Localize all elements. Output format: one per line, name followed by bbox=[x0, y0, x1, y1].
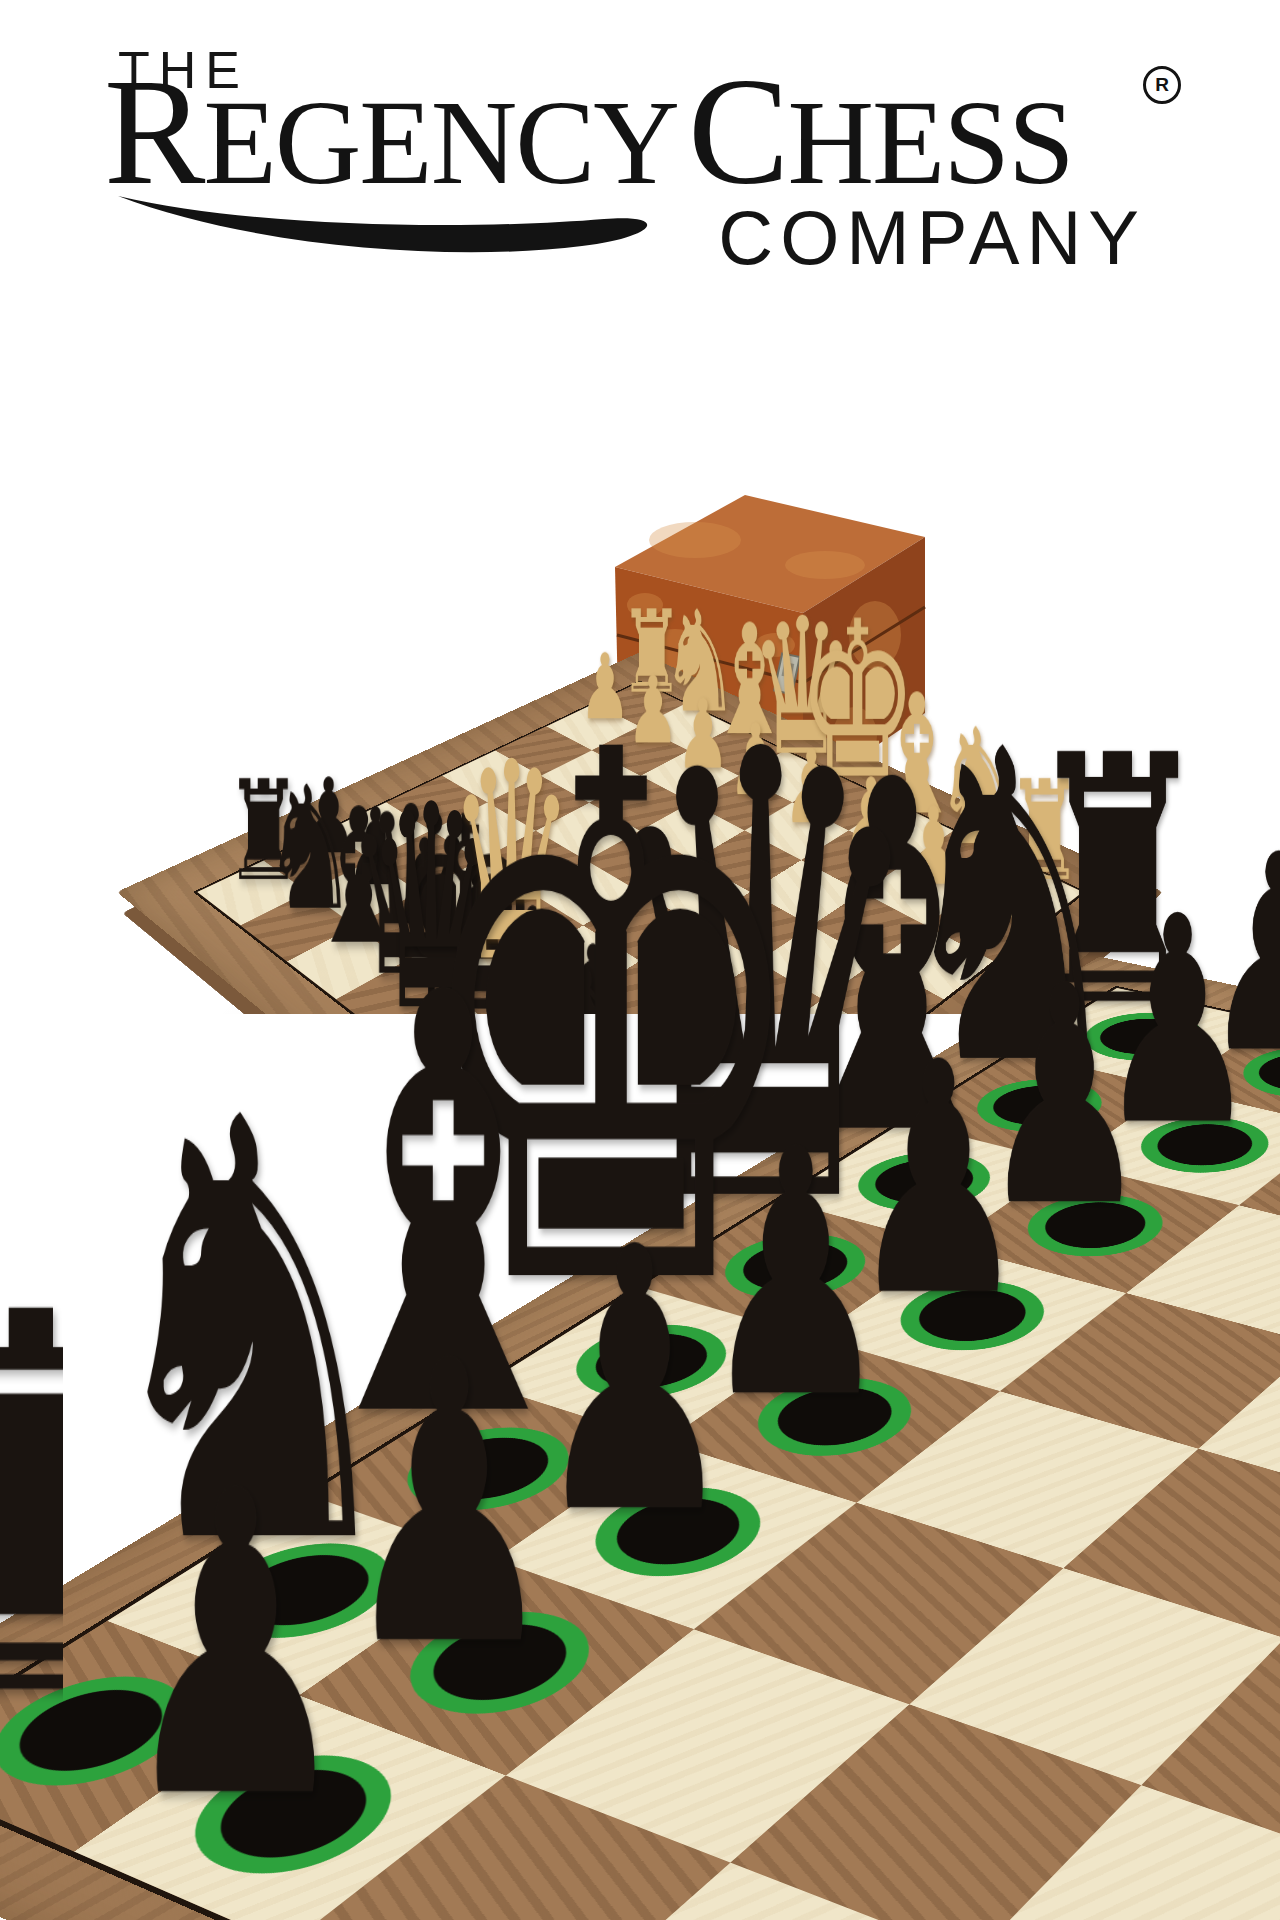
chess-rest: HESS bbox=[787, 76, 1072, 209]
walnut-chessboard-closeup: ♜♟♞♟♝♟♛♟♚♟♝♟♞♟♜♟ bbox=[0, 957, 1280, 1920]
playing-area-closeup: ♜♟♞♟♝♟♛♟♚♟♝♟♞♟♜♟ bbox=[0, 986, 1280, 1920]
walnut-frame-closeup: ♜♟♞♟♝♟♛♟♚♟♝♟♞♟♜♟ bbox=[0, 957, 1280, 1920]
brand-wordmark: REGENCYCHESS bbox=[104, 56, 1073, 208]
brand-logo: THE REGENCYCHESS R COMPANY bbox=[0, 0, 1280, 280]
black-pawn-piece: ♟ bbox=[532, 1200, 736, 1563]
black-pawn-piece: ♟ bbox=[340, 1309, 559, 1698]
closeup-photo-black-pieces: ♜♟♞♟♝♟♛♟♚♟♝♟♞♟♜♟ bbox=[0, 690, 1280, 1920]
black-pawn-piece: ♟ bbox=[117, 1436, 353, 1856]
registered-trademark-icon: R bbox=[1143, 66, 1181, 104]
